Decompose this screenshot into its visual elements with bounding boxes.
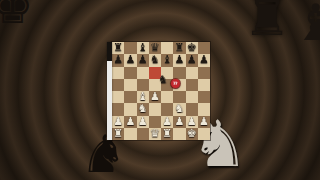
square-f7[interactable]: ♟	[173, 54, 185, 66]
black-pawn[interactable]: ♟	[186, 54, 198, 66]
square-f4[interactable]	[173, 91, 185, 103]
square-d1[interactable]: ♛	[149, 128, 161, 140]
square-g5[interactable]	[186, 79, 198, 91]
video-frame: ♚ ♜ ♝ ♞ ♞ ♜♝♛♜♚♟♟♟♞♝♟♟♟♞♝♟♞♞♟♟♟♟♟♟♟♜♛♜♚?…	[0, 0, 320, 180]
square-h8[interactable]	[198, 42, 210, 54]
background-rook-icon: ♜	[243, 0, 291, 44]
black-queen[interactable]: ♛	[149, 42, 161, 54]
square-e1[interactable]: ♜	[161, 128, 173, 140]
black-king[interactable]: ♚	[186, 42, 198, 54]
black-pawn[interactable]: ♟	[112, 54, 124, 66]
square-b5[interactable]	[124, 79, 136, 91]
black-rook[interactable]: ♜	[173, 42, 185, 54]
eval-bar-black	[107, 42, 112, 61]
square-g7[interactable]: ♟	[186, 54, 198, 66]
eval-bar	[107, 42, 112, 140]
square-a7[interactable]: ♟	[112, 54, 124, 66]
white-pawn[interactable]: ♟	[149, 91, 161, 103]
square-b2[interactable]: ♟	[124, 116, 136, 128]
white-knight[interactable]: ♞	[173, 103, 185, 115]
square-d2[interactable]	[149, 116, 161, 128]
square-e8[interactable]	[161, 42, 173, 54]
square-e2[interactable]: ♟	[161, 116, 173, 128]
square-f2[interactable]: ♟	[173, 116, 185, 128]
background-king-icon: ♚	[0, 0, 33, 30]
square-d3[interactable]	[149, 103, 161, 115]
square-c8[interactable]: ♝	[137, 42, 149, 54]
square-c4[interactable]: ♝	[137, 91, 149, 103]
square-a6[interactable]	[112, 67, 124, 79]
square-a8[interactable]: ♜	[112, 42, 124, 54]
square-a2[interactable]: ♟	[112, 116, 124, 128]
square-a3[interactable]	[112, 103, 124, 115]
white-pawn[interactable]: ♟	[198, 116, 210, 128]
white-rook[interactable]: ♜	[161, 128, 173, 140]
square-a4[interactable]	[112, 91, 124, 103]
square-h2[interactable]: ♟	[198, 116, 210, 128]
square-c2[interactable]: ♟	[137, 116, 149, 128]
square-g3[interactable]	[186, 103, 198, 115]
square-e3[interactable]	[161, 103, 173, 115]
square-f1[interactable]	[173, 128, 185, 140]
square-c3[interactable]: ♞	[137, 103, 149, 115]
black-pawn[interactable]: ♟	[173, 54, 185, 66]
black-bishop[interactable]: ♝	[161, 54, 173, 66]
square-d7[interactable]: ♞	[149, 54, 161, 66]
white-pawn[interactable]: ♟	[186, 116, 198, 128]
square-d8[interactable]: ♛	[149, 42, 161, 54]
square-g2[interactable]: ♟	[186, 116, 198, 128]
black-pawn[interactable]: ♟	[198, 54, 210, 66]
square-h6[interactable]	[198, 67, 210, 79]
white-pawn[interactable]: ♟	[137, 116, 149, 128]
square-f3[interactable]: ♞	[173, 103, 185, 115]
white-king[interactable]: ♚	[186, 128, 198, 140]
square-c1[interactable]	[137, 128, 149, 140]
white-knight[interactable]: ♞	[137, 103, 149, 115]
square-b3[interactable]	[124, 103, 136, 115]
white-pawn[interactable]: ♟	[124, 116, 136, 128]
square-f6[interactable]	[173, 67, 185, 79]
square-h1[interactable]	[198, 128, 210, 140]
white-rook[interactable]: ♜	[112, 128, 124, 140]
chess-board[interactable]: ♜♝♛♜♚♟♟♟♞♝♟♟♟♞♝♟♞♞♟♟♟♟♟♟♟♜♛♜♚??	[112, 42, 210, 140]
background-bishop-icon: ♝	[293, 0, 320, 48]
square-g8[interactable]: ♚	[186, 42, 198, 54]
square-f8[interactable]: ♜	[173, 42, 185, 54]
black-bishop[interactable]: ♝	[137, 42, 149, 54]
black-pawn[interactable]: ♟	[124, 54, 136, 66]
white-pawn[interactable]: ♟	[161, 116, 173, 128]
square-d5[interactable]	[149, 79, 161, 91]
black-pawn[interactable]: ♟	[137, 54, 149, 66]
square-h4[interactable]	[198, 91, 210, 103]
square-g4[interactable]	[186, 91, 198, 103]
black-knight[interactable]: ♞	[149, 54, 161, 66]
square-h3[interactable]	[198, 103, 210, 115]
eval-bar-white	[107, 61, 112, 140]
square-e7[interactable]: ♝	[161, 54, 173, 66]
square-e4[interactable]	[161, 91, 173, 103]
square-g1[interactable]: ♚	[186, 128, 198, 140]
white-pawn[interactable]: ♟	[112, 116, 124, 128]
square-a5[interactable]	[112, 79, 124, 91]
square-c7[interactable]: ♟	[137, 54, 149, 66]
square-c6[interactable]	[137, 67, 149, 79]
square-b1[interactable]	[124, 128, 136, 140]
square-h5[interactable]	[198, 79, 210, 91]
square-b4[interactable]	[124, 91, 136, 103]
square-d4[interactable]: ♟	[149, 91, 161, 103]
white-queen[interactable]: ♛	[149, 128, 161, 140]
black-rook[interactable]: ♜	[112, 42, 124, 54]
square-g6[interactable]	[186, 67, 198, 79]
square-d6[interactable]	[149, 67, 161, 79]
square-a1[interactable]: ♜	[112, 128, 124, 140]
square-e6[interactable]	[161, 67, 173, 79]
blunder-badge: ??	[171, 79, 180, 88]
square-c5[interactable]	[137, 79, 149, 91]
square-h7[interactable]: ♟	[198, 54, 210, 66]
white-pawn[interactable]: ♟	[173, 116, 185, 128]
square-b7[interactable]: ♟	[124, 54, 136, 66]
square-b6[interactable]	[124, 67, 136, 79]
square-b8[interactable]	[124, 42, 136, 54]
white-bishop[interactable]: ♝	[137, 91, 149, 103]
